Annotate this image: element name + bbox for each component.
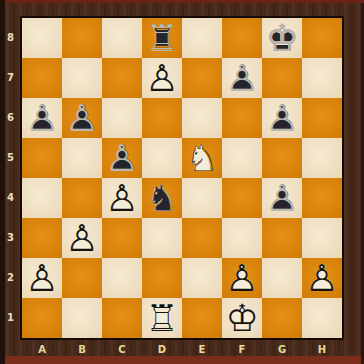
piece-black-pawn[interactable]: ♟♙	[62, 98, 102, 138]
piece-black-pawn[interactable]: ♟♙	[262, 178, 302, 218]
pawn-outline-glyph: ♙	[102, 178, 142, 218]
pawn-outline-glyph: ♙	[222, 258, 262, 298]
pawn-outline-glyph: ♙	[142, 58, 182, 98]
square-d4[interactable]: ♞♘	[142, 178, 182, 218]
rank-label-3: 3	[2, 218, 19, 258]
chess-board: ♜♖♚♔♟♙♟♙♟♙♟♙♟♙♟♙♞♘♟♙♞♘♟♙♟♙♟♙♟♙♟♙♜♖♚♔	[22, 18, 342, 338]
square-f3[interactable]	[222, 218, 262, 258]
square-c8[interactable]	[102, 18, 142, 58]
piece-white-pawn[interactable]: ♟♙	[62, 218, 102, 258]
square-d5[interactable]	[142, 138, 182, 178]
square-f1[interactable]: ♚♔	[222, 298, 262, 338]
piece-white-pawn[interactable]: ♟♙	[222, 258, 262, 298]
file-label-C: C	[102, 341, 142, 358]
square-d2[interactable]	[142, 258, 182, 298]
square-d3[interactable]	[142, 218, 182, 258]
square-c7[interactable]	[102, 58, 142, 98]
square-d1[interactable]: ♜♖	[142, 298, 182, 338]
piece-white-king[interactable]: ♚♔	[222, 298, 262, 338]
file-label-E: E	[182, 341, 222, 358]
square-a6[interactable]: ♟♙	[22, 98, 62, 138]
square-g5[interactable]	[262, 138, 302, 178]
square-g3[interactable]	[262, 218, 302, 258]
piece-white-rook[interactable]: ♜♖	[142, 298, 182, 338]
pawn-outline-glyph: ♙	[302, 258, 342, 298]
square-b1[interactable]	[62, 298, 102, 338]
pawn-outline-glyph: ♙	[62, 98, 102, 138]
square-f8[interactable]	[222, 18, 262, 58]
square-g2[interactable]	[262, 258, 302, 298]
square-e3[interactable]	[182, 218, 222, 258]
square-c4[interactable]: ♟♙	[102, 178, 142, 218]
square-g1[interactable]	[262, 298, 302, 338]
pawn-outline-glyph: ♙	[62, 218, 102, 258]
square-b3[interactable]: ♟♙	[62, 218, 102, 258]
square-e5[interactable]: ♞♘	[182, 138, 222, 178]
square-h7[interactable]	[302, 58, 342, 98]
square-f2[interactable]: ♟♙	[222, 258, 262, 298]
square-a8[interactable]	[22, 18, 62, 58]
file-label-H: H	[302, 341, 342, 358]
square-e4[interactable]	[182, 178, 222, 218]
square-b4[interactable]	[62, 178, 102, 218]
square-e8[interactable]	[182, 18, 222, 58]
square-f4[interactable]	[222, 178, 262, 218]
square-h5[interactable]	[302, 138, 342, 178]
pawn-outline-glyph: ♙	[102, 138, 142, 178]
piece-black-pawn[interactable]: ♟♙	[22, 98, 62, 138]
square-a5[interactable]	[22, 138, 62, 178]
square-a1[interactable]	[22, 298, 62, 338]
piece-black-knight[interactable]: ♞♘	[142, 178, 182, 218]
pawn-outline-glyph: ♙	[262, 178, 302, 218]
rank-label-8: 8	[2, 18, 19, 58]
square-e7[interactable]	[182, 58, 222, 98]
square-c1[interactable]	[102, 298, 142, 338]
square-c6[interactable]	[102, 98, 142, 138]
square-g6[interactable]: ♟♙	[262, 98, 302, 138]
square-h4[interactable]	[302, 178, 342, 218]
square-g4[interactable]: ♟♙	[262, 178, 302, 218]
piece-white-pawn[interactable]: ♟♙	[302, 258, 342, 298]
piece-black-rook[interactable]: ♜♖	[142, 18, 182, 58]
file-label-A: A	[22, 341, 62, 358]
square-f5[interactable]	[222, 138, 262, 178]
square-a7[interactable]	[22, 58, 62, 98]
square-h3[interactable]	[302, 218, 342, 258]
square-e1[interactable]	[182, 298, 222, 338]
square-h6[interactable]	[302, 98, 342, 138]
rank-label-7: 7	[2, 58, 19, 98]
square-b7[interactable]	[62, 58, 102, 98]
piece-black-pawn[interactable]: ♟♙	[102, 138, 142, 178]
square-a4[interactable]	[22, 178, 62, 218]
file-label-D: D	[142, 341, 182, 358]
knight-outline-glyph: ♘	[142, 178, 182, 218]
square-h2[interactable]: ♟♙	[302, 258, 342, 298]
rank-label-6: 6	[2, 98, 19, 138]
piece-white-knight[interactable]: ♞♘	[182, 138, 222, 178]
king-outline-glyph: ♔	[262, 18, 302, 58]
pawn-outline-glyph: ♙	[22, 98, 62, 138]
square-h1[interactable]	[302, 298, 342, 338]
piece-white-pawn[interactable]: ♟♙	[142, 58, 182, 98]
square-f6[interactable]	[222, 98, 262, 138]
square-f7[interactable]: ♟♙	[222, 58, 262, 98]
square-g8[interactable]: ♚♔	[262, 18, 302, 58]
piece-black-king[interactable]: ♚♔	[262, 18, 302, 58]
pawn-outline-glyph: ♙	[222, 58, 262, 98]
piece-white-pawn[interactable]: ♟♙	[102, 178, 142, 218]
piece-black-pawn[interactable]: ♟♙	[262, 98, 302, 138]
file-label-B: B	[62, 341, 102, 358]
knight-outline-glyph: ♘	[182, 138, 222, 178]
rank-label-1: 1	[2, 298, 19, 338]
square-e2[interactable]	[182, 258, 222, 298]
file-label-G: G	[262, 341, 302, 358]
piece-black-pawn[interactable]: ♟♙	[222, 58, 262, 98]
square-c3[interactable]	[102, 218, 142, 258]
rook-outline-glyph: ♖	[142, 18, 182, 58]
square-b2[interactable]	[62, 258, 102, 298]
file-label-F: F	[222, 341, 262, 358]
square-d8[interactable]: ♜♖	[142, 18, 182, 58]
square-b6[interactable]: ♟♙	[62, 98, 102, 138]
pawn-outline-glyph: ♙	[262, 98, 302, 138]
square-a3[interactable]	[22, 218, 62, 258]
pawn-outline-glyph: ♙	[22, 258, 62, 298]
square-e6[interactable]	[182, 98, 222, 138]
square-c2[interactable]	[102, 258, 142, 298]
board-frame: ♜♖♚♔♟♙♟♙♟♙♟♙♟♙♟♙♞♘♟♙♞♘♟♙♟♙♟♙♟♙♟♙♜♖♚♔ 876…	[0, 0, 364, 364]
square-b8[interactable]	[62, 18, 102, 58]
rank-label-4: 4	[2, 178, 19, 218]
rank-label-5: 5	[2, 138, 19, 178]
square-d6[interactable]	[142, 98, 182, 138]
square-h8[interactable]	[302, 18, 342, 58]
rook-outline-glyph: ♖	[142, 298, 182, 338]
piece-white-pawn[interactable]: ♟♙	[22, 258, 62, 298]
square-d7[interactable]: ♟♙	[142, 58, 182, 98]
square-a2[interactable]: ♟♙	[22, 258, 62, 298]
square-b5[interactable]	[62, 138, 102, 178]
rank-label-2: 2	[2, 258, 19, 298]
square-g7[interactable]	[262, 58, 302, 98]
square-c5[interactable]: ♟♙	[102, 138, 142, 178]
king-outline-glyph: ♔	[222, 298, 262, 338]
